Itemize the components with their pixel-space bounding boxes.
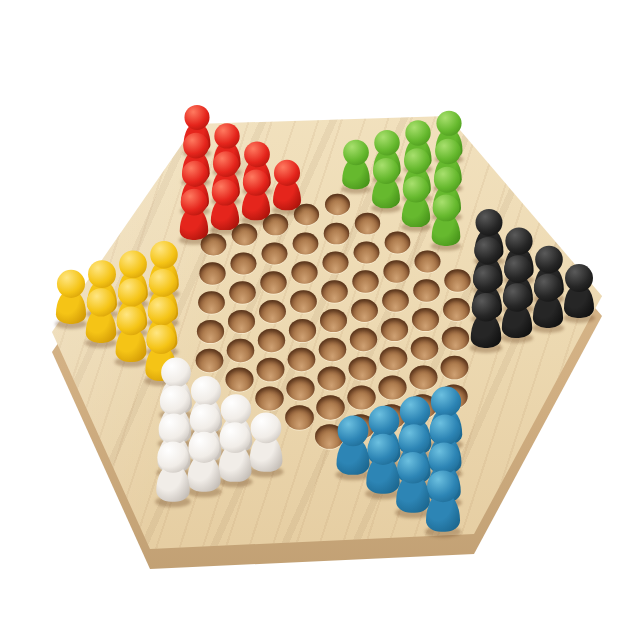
peg-head xyxy=(399,424,430,455)
peg-head xyxy=(433,195,460,222)
hole[interactable] xyxy=(352,270,378,292)
hole[interactable] xyxy=(443,298,470,321)
peg-head xyxy=(373,158,399,184)
peg-head xyxy=(160,386,190,416)
peg-head xyxy=(535,246,563,274)
peg-head xyxy=(220,422,251,453)
peg-white[interactable] xyxy=(248,413,283,474)
peg-green[interactable] xyxy=(401,176,431,229)
peg-white[interactable] xyxy=(155,442,191,504)
hole[interactable] xyxy=(225,367,253,391)
peg-yellow[interactable] xyxy=(115,306,148,364)
peg-head xyxy=(369,406,400,437)
peg-head xyxy=(181,189,208,216)
peg-head xyxy=(88,260,116,288)
hole[interactable] xyxy=(229,281,256,304)
peg-head xyxy=(159,414,190,445)
hole[interactable] xyxy=(257,328,284,351)
peg-head xyxy=(214,123,239,148)
peg-black[interactable] xyxy=(470,293,503,350)
peg-head xyxy=(161,358,191,388)
peg-head xyxy=(274,160,300,186)
peg-head xyxy=(251,413,282,444)
hole[interactable] xyxy=(354,212,379,234)
peg-red[interactable] xyxy=(272,160,302,212)
hole[interactable] xyxy=(291,261,317,283)
peg-green[interactable] xyxy=(371,158,401,210)
peg-head xyxy=(191,376,221,406)
hole[interactable] xyxy=(320,309,347,332)
peg-white[interactable] xyxy=(217,422,252,484)
peg-head xyxy=(405,120,430,145)
hole[interactable] xyxy=(256,357,284,381)
hole[interactable] xyxy=(196,319,223,342)
hole[interactable] xyxy=(412,308,439,331)
peg-head xyxy=(188,432,219,463)
hole[interactable] xyxy=(292,232,318,254)
hole[interactable] xyxy=(230,252,256,274)
board-scene xyxy=(0,0,640,640)
hole[interactable] xyxy=(413,279,439,302)
peg-head xyxy=(503,283,531,311)
hole[interactable] xyxy=(290,290,317,313)
peg-head xyxy=(367,434,398,465)
hole[interactable] xyxy=(255,386,283,410)
hole[interactable] xyxy=(353,241,379,263)
hole[interactable] xyxy=(440,355,468,379)
hole[interactable] xyxy=(260,271,286,293)
peg-head xyxy=(474,237,501,264)
peg-head xyxy=(476,209,503,236)
peg-head xyxy=(157,442,188,473)
peg-green[interactable] xyxy=(341,140,370,191)
hole[interactable] xyxy=(409,365,437,389)
hole[interactable] xyxy=(287,347,315,371)
peg-head xyxy=(244,142,270,168)
hole[interactable] xyxy=(441,326,468,349)
hole[interactable] xyxy=(227,309,254,332)
peg-head xyxy=(149,269,177,297)
peg-red[interactable] xyxy=(210,179,240,232)
peg-head xyxy=(338,415,369,446)
peg-head xyxy=(504,255,532,283)
hole[interactable] xyxy=(410,336,437,359)
peg-head xyxy=(57,270,85,298)
hole[interactable] xyxy=(380,317,407,340)
peg-head xyxy=(505,227,532,254)
hole[interactable] xyxy=(349,327,376,350)
peg-head xyxy=(87,288,115,316)
hole[interactable] xyxy=(383,260,409,282)
hole[interactable] xyxy=(322,251,348,273)
hole[interactable] xyxy=(286,376,314,400)
peg-head xyxy=(431,387,461,417)
hole[interactable] xyxy=(199,262,225,284)
peg-head xyxy=(146,325,175,354)
peg-head xyxy=(213,151,239,177)
peg-head xyxy=(435,139,461,165)
hole[interactable] xyxy=(351,299,378,322)
peg-head xyxy=(343,140,369,166)
peg-green[interactable] xyxy=(431,195,462,248)
hole[interactable] xyxy=(226,338,254,361)
peg-red[interactable] xyxy=(179,189,209,242)
peg-head xyxy=(472,293,501,322)
hole[interactable] xyxy=(379,346,407,370)
peg-head xyxy=(212,179,238,205)
peg-head xyxy=(434,167,460,193)
peg-head xyxy=(436,111,461,136)
peg-red[interactable] xyxy=(241,170,271,222)
peg-head xyxy=(148,297,177,326)
hole[interactable] xyxy=(382,289,409,312)
peg-head xyxy=(150,241,178,269)
hole[interactable] xyxy=(444,269,470,291)
peg-head xyxy=(119,251,147,279)
peg-head xyxy=(428,442,459,473)
hole[interactable] xyxy=(259,300,286,323)
peg-yellow[interactable] xyxy=(55,270,87,326)
peg-black[interactable] xyxy=(501,283,533,340)
peg-head xyxy=(183,133,209,159)
peg-head xyxy=(118,278,146,306)
peg-head xyxy=(400,396,430,426)
peg-head xyxy=(473,265,501,293)
hole[interactable] xyxy=(261,242,287,264)
hole[interactable] xyxy=(324,193,349,214)
peg-head xyxy=(117,306,146,335)
peg-head xyxy=(184,105,209,130)
peg-head xyxy=(427,470,459,502)
hole[interactable] xyxy=(285,405,314,429)
peg-head xyxy=(374,130,400,156)
hole[interactable] xyxy=(195,348,223,372)
peg-black[interactable] xyxy=(563,264,595,320)
peg-head xyxy=(404,148,430,174)
peg-white[interactable] xyxy=(186,432,222,494)
peg-head xyxy=(534,274,562,302)
peg-head xyxy=(190,404,221,435)
hole[interactable] xyxy=(198,291,225,314)
peg-head xyxy=(403,176,429,202)
hole[interactable] xyxy=(323,222,349,244)
peg-blue[interactable] xyxy=(425,470,461,534)
hole[interactable] xyxy=(384,231,410,253)
peg-head xyxy=(182,161,208,187)
peg-yellow[interactable] xyxy=(85,288,117,345)
hole[interactable] xyxy=(318,337,346,360)
hole[interactable] xyxy=(321,280,348,303)
peg-head xyxy=(565,264,593,292)
hole[interactable] xyxy=(288,318,315,341)
peg-black[interactable] xyxy=(532,274,564,330)
hole[interactable] xyxy=(348,356,376,380)
peg-head xyxy=(243,170,269,196)
peg-head xyxy=(221,394,251,424)
hole[interactable] xyxy=(414,250,440,272)
hole[interactable] xyxy=(317,366,345,390)
peg-head xyxy=(430,415,461,446)
